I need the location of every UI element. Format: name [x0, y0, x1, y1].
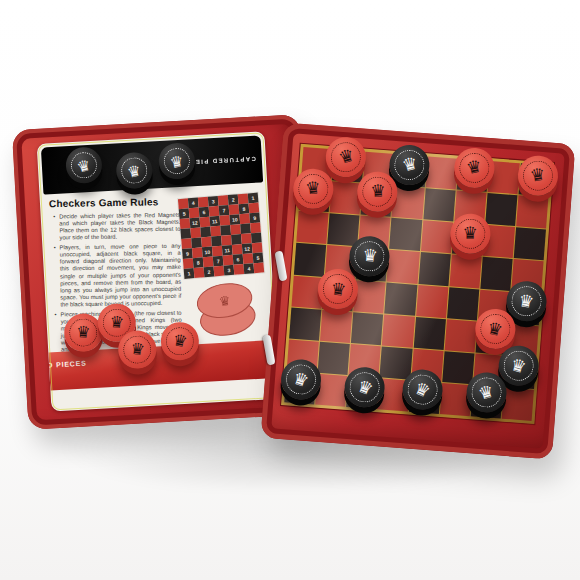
board-square-d2[interactable] [380, 346, 412, 379]
board-square-h7[interactable] [516, 195, 548, 228]
board-square-e6[interactable] [420, 220, 452, 253]
crown-icon: ♛ [465, 158, 483, 178]
crown-icon: ♛ [330, 280, 347, 299]
rules-card: CAPTURED PIECES Checkers Game Rules Deci… [37, 131, 280, 411]
rule-item: Decide which player takes the Red Magnet… [53, 212, 180, 242]
crown-icon: ♛ [477, 382, 496, 403]
captured-pieces-red-label: CAPTURED PIECES [48, 359, 86, 370]
crown-icon: ♛ [76, 324, 91, 340]
crown-icon: ♛ [169, 153, 185, 170]
crown-icon: ♛ [529, 166, 547, 185]
board-square-d5[interactable] [387, 250, 419, 283]
board-square-e3[interactable] [413, 317, 445, 350]
tin-base: ♛♛♛♛♛♛♛♛♛♛♛♛♛♛♛♛ [261, 122, 576, 459]
board-square-e5[interactable] [418, 252, 450, 285]
board-square-g5[interactable] [480, 257, 512, 290]
board-square-a3[interactable] [289, 307, 321, 340]
crown-icon: ♛ [400, 154, 419, 174]
board-square-b2[interactable] [318, 342, 350, 375]
board-square-a5[interactable] [294, 243, 326, 276]
king-piece-illustration: ♛ [192, 279, 258, 340]
board-square-d3[interactable] [382, 314, 414, 347]
crown-icon: ♛ [305, 179, 322, 197]
crown-icon: ♛ [75, 156, 92, 174]
board-square-e4[interactable] [416, 284, 448, 317]
board-square-e8[interactable] [425, 156, 457, 189]
crown-icon: ♛ [355, 377, 375, 398]
crown-icon: ♛ [486, 319, 505, 339]
rule-item: Players, in turn, move one piece to any … [54, 243, 182, 308]
board-square-d4[interactable] [385, 282, 417, 315]
product-photo-checkers-tin: CAPTURED PIECES Checkers Game Rules Deci… [0, 0, 580, 580]
board-square-c3[interactable] [351, 312, 383, 345]
board-square-d6[interactable] [389, 218, 421, 251]
crown-icon: ♛ [126, 162, 143, 180]
crown-icon: ♛ [129, 341, 145, 359]
board-square-g7[interactable] [485, 193, 517, 226]
crown-icon: ♛ [109, 314, 125, 331]
diagram-cell [253, 262, 264, 273]
crown-icon: ♛ [171, 332, 188, 350]
board-square-h6[interactable] [514, 227, 546, 260]
board-square-a6[interactable] [296, 211, 328, 244]
crown-icon: ♛ [362, 247, 378, 265]
board-square-f3[interactable] [444, 319, 476, 352]
board-square-c4[interactable] [354, 280, 386, 313]
board-square-f2[interactable] [442, 351, 474, 384]
crown-icon: ♛ [218, 293, 232, 308]
rules-title: Checkers Game Rules [49, 196, 159, 209]
board-square-f5[interactable] [449, 255, 481, 288]
crown-icon: ♛ [412, 379, 433, 401]
crown-icon: ♛ [517, 292, 535, 311]
rules-diagram-board: 432156781211109910111287651234 [178, 193, 264, 279]
crown-icon: ♛ [462, 225, 477, 242]
crown-icon: ♛ [509, 356, 528, 376]
crown-icon: ♛ [370, 183, 386, 201]
crown-icon: ♛ [336, 146, 356, 167]
crown-icon: ♛ [291, 369, 311, 390]
board-square-e7[interactable] [423, 188, 455, 221]
board-square-f4[interactable] [447, 287, 479, 320]
board-square-h1[interactable] [502, 388, 534, 421]
board-square-b3[interactable] [320, 310, 352, 343]
